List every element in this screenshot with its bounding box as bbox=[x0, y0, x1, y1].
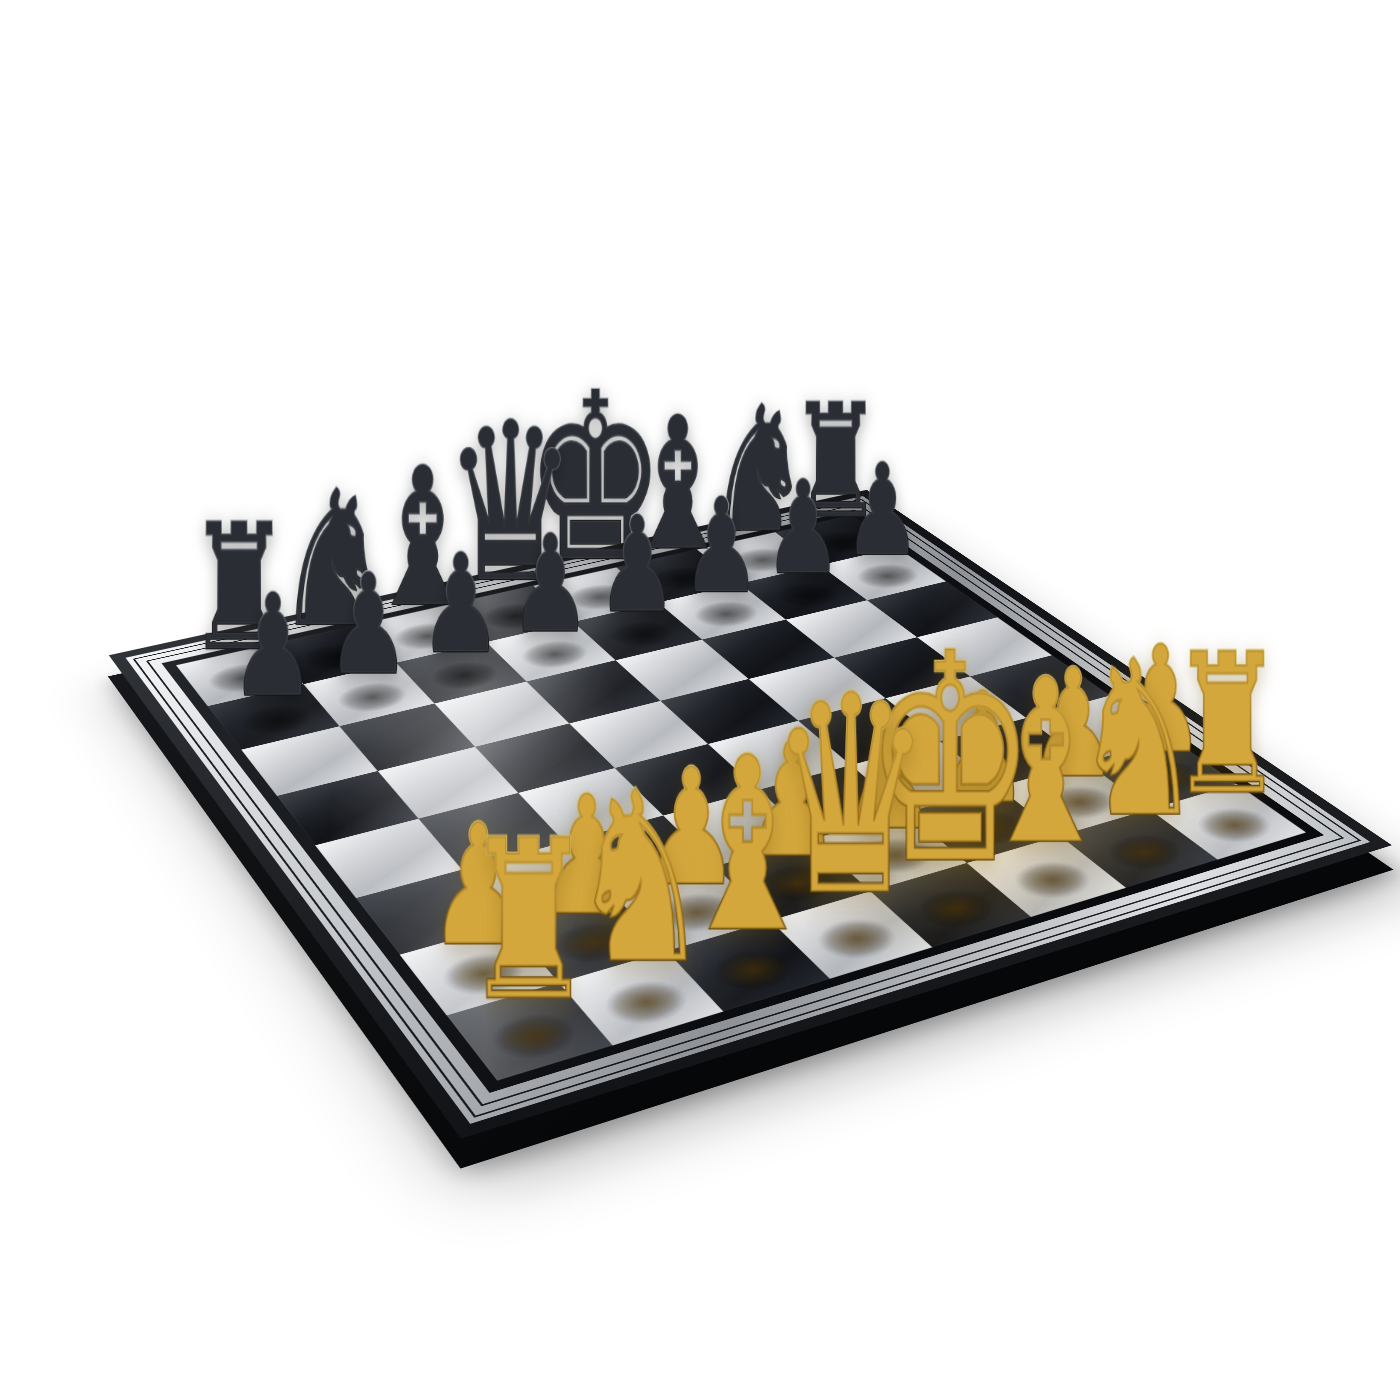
gold-rook-icon: ♜ bbox=[381, 811, 676, 1031]
chess-board: ♜♞♝♛♚♝♞♜♟♟♟♟♟♟♟♟♟♟♟♟♟♟♟♟♜♞♝♛♚♝♞♜ bbox=[109, 490, 1392, 1139]
page: { "game": "chess", "scene": { "type": "d… bbox=[0, 0, 1400, 1400]
product-photo-scene: ♜♞♝♛♚♝♞♜♟♟♟♟♟♟♟♟♟♟♟♟♟♟♟♟♜♞♝♛♚♝♞♜ bbox=[0, 0, 1400, 1400]
